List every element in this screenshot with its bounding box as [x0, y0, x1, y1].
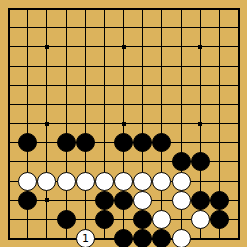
- white-stone[interactable]: [37, 172, 56, 191]
- black-stone[interactable]: [191, 191, 210, 210]
- white-stone[interactable]: [191, 210, 210, 229]
- black-stone[interactable]: [114, 191, 133, 210]
- black-stone[interactable]: [210, 210, 229, 229]
- black-stone[interactable]: [57, 210, 76, 229]
- white-stone[interactable]: [18, 172, 37, 191]
- star-point: [122, 45, 126, 49]
- black-stone[interactable]: [133, 133, 152, 152]
- go-board[interactable]: 1: [0, 0, 247, 247]
- grid-line: [8, 27, 240, 28]
- black-stone[interactable]: [210, 191, 229, 210]
- black-stone[interactable]: [95, 210, 114, 229]
- grid-line: [85, 8, 86, 240]
- white-stone[interactable]: [95, 172, 114, 191]
- black-stone[interactable]: [133, 229, 152, 247]
- grid-line: [66, 8, 67, 240]
- white-stone[interactable]: [114, 172, 133, 191]
- black-stone[interactable]: [18, 191, 37, 210]
- black-stone[interactable]: [114, 229, 133, 247]
- white-stone[interactable]: [152, 172, 171, 191]
- black-stone[interactable]: [152, 229, 171, 247]
- black-stone[interactable]: [191, 152, 210, 171]
- black-stone[interactable]: [172, 152, 191, 171]
- board-border-line: [8, 8, 10, 240]
- board-border-line: [238, 8, 240, 240]
- star-point: [198, 122, 202, 126]
- black-stone[interactable]: [152, 133, 171, 152]
- white-stone[interactable]: [133, 172, 152, 191]
- black-stone[interactable]: [76, 133, 95, 152]
- white-stone[interactable]: [57, 172, 76, 191]
- white-stone[interactable]: [172, 191, 191, 210]
- black-stone[interactable]: [114, 133, 133, 152]
- star-point: [45, 45, 49, 49]
- white-stone[interactable]: [172, 229, 191, 247]
- white-stone[interactable]: [133, 191, 152, 210]
- star-point: [198, 45, 202, 49]
- white-stone[interactable]: [76, 172, 95, 191]
- grid-line: [8, 85, 240, 86]
- board-border-line: [8, 8, 240, 10]
- white-stone[interactable]: [152, 210, 171, 229]
- star-point: [45, 198, 49, 202]
- white-stone[interactable]: [172, 172, 191, 191]
- black-stone[interactable]: [95, 191, 114, 210]
- grid-line: [8, 104, 240, 105]
- grid-line: [161, 8, 162, 240]
- stone-move-number-label: 1: [82, 233, 89, 244]
- black-stone[interactable]: [18, 133, 37, 152]
- grid-line: [8, 66, 240, 67]
- black-stone[interactable]: [133, 210, 152, 229]
- star-point: [122, 122, 126, 126]
- star-point: [45, 122, 49, 126]
- black-stone[interactable]: [57, 133, 76, 152]
- white-stone-move-1[interactable]: 1: [76, 229, 95, 247]
